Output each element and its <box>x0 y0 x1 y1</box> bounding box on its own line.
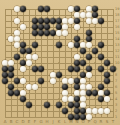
black-stone <box>14 54 20 60</box>
black-stone <box>44 6 50 12</box>
white-stone <box>104 108 110 114</box>
star-point <box>58 98 60 100</box>
white-stone <box>14 18 20 24</box>
black-stone <box>92 48 98 54</box>
black-stone <box>98 54 104 60</box>
row-label: 1 <box>115 114 120 120</box>
white-stone <box>74 24 80 30</box>
black-stone <box>32 42 38 48</box>
black-stone <box>86 54 92 60</box>
black-stone <box>62 108 68 114</box>
white-stone <box>86 72 92 78</box>
black-stone <box>44 102 50 108</box>
black-stone <box>80 60 86 66</box>
black-stone <box>98 42 104 48</box>
star-point <box>94 26 96 28</box>
black-stone <box>56 102 62 108</box>
black-stone <box>20 6 26 12</box>
white-stone <box>104 96 110 102</box>
black-stone <box>104 60 110 66</box>
white-stone <box>32 54 38 60</box>
star-point <box>94 62 96 64</box>
star-point <box>58 62 60 64</box>
white-stone <box>62 30 68 36</box>
black-stone <box>56 72 62 78</box>
white-stone <box>20 66 26 72</box>
go-board: ABCDEFGHJKLMNOPQRST191817161514131211109… <box>0 0 120 125</box>
white-stone <box>86 42 92 48</box>
white-stone <box>20 24 26 30</box>
white-stone <box>20 78 26 84</box>
white-stone <box>50 78 56 84</box>
black-stone <box>2 78 8 84</box>
black-stone <box>8 72 14 78</box>
black-stone <box>74 66 80 72</box>
black-stone <box>104 78 110 84</box>
star-point <box>94 98 96 100</box>
black-stone <box>26 102 32 108</box>
white-stone <box>26 60 32 66</box>
black-stone <box>80 48 86 54</box>
black-stone <box>20 96 26 102</box>
black-stone <box>98 66 104 72</box>
black-stone <box>38 78 44 84</box>
black-stone <box>98 18 104 24</box>
black-stone <box>38 66 44 72</box>
white-stone <box>32 84 38 90</box>
black-stone <box>56 42 62 48</box>
